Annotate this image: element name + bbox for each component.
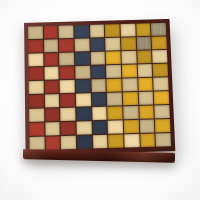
board-square [108, 106, 123, 119]
board-square [156, 133, 171, 147]
board-square [60, 94, 75, 107]
board-square [90, 52, 105, 65]
board-square [139, 119, 154, 132]
board-square [138, 92, 153, 105]
board-square [76, 107, 91, 120]
board-square [29, 95, 44, 108]
board-square [140, 134, 155, 148]
board-square [124, 134, 139, 148]
board-square [139, 105, 154, 118]
board-square [29, 67, 44, 80]
board-square [136, 37, 151, 50]
board-square [44, 39, 59, 52]
board-square [124, 120, 139, 133]
board-square [121, 51, 136, 64]
board-square [29, 109, 44, 122]
board-square [29, 81, 44, 94]
board-square [29, 137, 44, 151]
board-square [28, 26, 43, 39]
board-square [43, 26, 58, 39]
board-square [28, 40, 43, 53]
board-square [75, 66, 90, 79]
board-square [59, 52, 74, 65]
board-square [77, 121, 92, 134]
board-square [45, 108, 60, 121]
board-square [91, 93, 106, 106]
board-square [45, 136, 60, 150]
board-square [45, 122, 60, 135]
board-square [77, 135, 92, 149]
board-square [59, 25, 74, 38]
board-square [76, 79, 91, 92]
board-square [107, 79, 122, 92]
board-square [59, 39, 74, 52]
board-square [75, 52, 90, 65]
board-square [105, 38, 120, 51]
board-square [123, 106, 138, 119]
board-square [137, 64, 152, 77]
board-square [92, 107, 107, 120]
board-square [45, 94, 60, 107]
board-square [90, 25, 105, 38]
board-square [91, 79, 106, 92]
board-grid [28, 23, 171, 150]
board-square [76, 93, 91, 106]
board-square [151, 23, 166, 36]
board-square [60, 108, 75, 121]
board-square [44, 67, 59, 80]
board-square [121, 37, 136, 50]
board-square [74, 25, 89, 38]
board-square [123, 92, 138, 105]
board-square [60, 66, 75, 79]
board-square [90, 38, 105, 51]
board-square [154, 91, 169, 104]
board-square [105, 24, 120, 37]
board-square [92, 121, 107, 134]
board-square [152, 36, 167, 49]
board-square [28, 53, 43, 66]
board-square [137, 50, 152, 63]
board-square [153, 77, 168, 90]
board-square [29, 123, 44, 136]
board-square [153, 64, 168, 77]
board-square [122, 64, 137, 77]
board-square [107, 92, 122, 105]
board-square [122, 78, 137, 91]
board-square [136, 23, 151, 36]
board-frame [24, 19, 175, 155]
board-square [152, 50, 167, 63]
board-square [75, 38, 90, 51]
board-square [106, 51, 121, 64]
board-square [44, 80, 59, 93]
board-square [155, 119, 170, 132]
board-square [108, 120, 123, 133]
board-square [155, 105, 170, 118]
board-square [108, 134, 123, 148]
board-square [106, 65, 121, 78]
board-square [93, 135, 108, 149]
board-square [91, 65, 106, 78]
board-square [44, 53, 59, 66]
photo-background [0, 0, 200, 200]
board-square [60, 80, 75, 93]
board-square [61, 136, 76, 150]
board-square [138, 78, 153, 91]
board-square [61, 122, 76, 135]
checkerboard [24, 19, 175, 155]
board-square [120, 24, 135, 37]
